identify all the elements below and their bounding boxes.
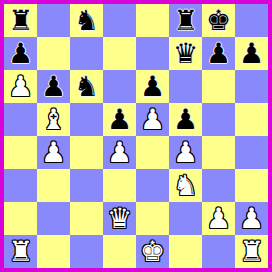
square-c3[interactable] bbox=[70, 169, 103, 202]
black-rook-icon: ♜ bbox=[8, 4, 33, 37]
square-c2[interactable] bbox=[70, 202, 103, 235]
square-d8[interactable] bbox=[103, 4, 136, 37]
square-f6[interactable] bbox=[169, 70, 202, 103]
black-knight-icon: ♞ bbox=[74, 4, 99, 37]
square-c5[interactable] bbox=[70, 103, 103, 136]
white-bishop-icon: ♝ bbox=[41, 103, 66, 136]
white-king-icon: ♚ bbox=[140, 235, 165, 268]
square-h6[interactable] bbox=[235, 70, 268, 103]
square-d5[interactable]: ♟ bbox=[103, 103, 136, 136]
black-knight-icon: ♞ bbox=[74, 70, 99, 103]
square-b4[interactable]: ♟ bbox=[37, 136, 70, 169]
square-f2[interactable] bbox=[169, 202, 202, 235]
white-pawn-icon: ♟ bbox=[41, 136, 66, 169]
square-g7[interactable]: ♟ bbox=[202, 37, 235, 70]
square-b1[interactable] bbox=[37, 235, 70, 268]
square-f7[interactable]: ♛ bbox=[169, 37, 202, 70]
square-d1[interactable] bbox=[103, 235, 136, 268]
square-h8[interactable] bbox=[235, 4, 268, 37]
white-queen-icon: ♛ bbox=[107, 202, 132, 235]
white-pawn-icon: ♟ bbox=[239, 202, 264, 235]
square-e8[interactable] bbox=[136, 4, 169, 37]
square-e4[interactable] bbox=[136, 136, 169, 169]
black-pawn-icon: ♟ bbox=[140, 70, 165, 103]
square-e6[interactable]: ♟ bbox=[136, 70, 169, 103]
square-d6[interactable] bbox=[103, 70, 136, 103]
white-pawn-icon: ♟ bbox=[8, 70, 33, 103]
square-d3[interactable] bbox=[103, 169, 136, 202]
square-e2[interactable] bbox=[136, 202, 169, 235]
black-pawn-icon: ♟ bbox=[107, 103, 132, 136]
black-king-icon: ♚ bbox=[206, 4, 231, 37]
square-g6[interactable] bbox=[202, 70, 235, 103]
square-c4[interactable] bbox=[70, 136, 103, 169]
square-f1[interactable] bbox=[169, 235, 202, 268]
square-h4[interactable] bbox=[235, 136, 268, 169]
white-pawn-icon: ♟ bbox=[173, 136, 198, 169]
square-a4[interactable] bbox=[4, 136, 37, 169]
square-g5[interactable] bbox=[202, 103, 235, 136]
square-g4[interactable] bbox=[202, 136, 235, 169]
square-b6[interactable]: ♟ bbox=[37, 70, 70, 103]
black-pawn-icon: ♟ bbox=[239, 37, 264, 70]
square-a1[interactable]: ♜ bbox=[4, 235, 37, 268]
square-a6[interactable]: ♟ bbox=[4, 70, 37, 103]
white-pawn-icon: ♟ bbox=[206, 202, 231, 235]
square-g8[interactable]: ♚ bbox=[202, 4, 235, 37]
square-e1[interactable]: ♚ bbox=[136, 235, 169, 268]
white-rook-icon: ♜ bbox=[8, 235, 33, 268]
square-a7[interactable]: ♟ bbox=[4, 37, 37, 70]
square-f4[interactable]: ♟ bbox=[169, 136, 202, 169]
square-h2[interactable]: ♟ bbox=[235, 202, 268, 235]
square-g2[interactable]: ♟ bbox=[202, 202, 235, 235]
chess-board: ♜♞♜♚♟♛♟♟♟♟♞♟♝♟♟♟♟♟♟♞♛♟♟♜♚♜ bbox=[4, 4, 268, 268]
white-rook-icon: ♜ bbox=[239, 235, 264, 268]
black-queen-icon: ♛ bbox=[173, 37, 198, 70]
square-d2[interactable]: ♛ bbox=[103, 202, 136, 235]
square-b7[interactable] bbox=[37, 37, 70, 70]
square-d7[interactable] bbox=[103, 37, 136, 70]
square-e7[interactable] bbox=[136, 37, 169, 70]
square-b8[interactable] bbox=[37, 4, 70, 37]
square-c8[interactable]: ♞ bbox=[70, 4, 103, 37]
square-a5[interactable] bbox=[4, 103, 37, 136]
square-b3[interactable] bbox=[37, 169, 70, 202]
square-c7[interactable] bbox=[70, 37, 103, 70]
square-c6[interactable]: ♞ bbox=[70, 70, 103, 103]
square-a8[interactable]: ♜ bbox=[4, 4, 37, 37]
square-c1[interactable] bbox=[70, 235, 103, 268]
square-h5[interactable] bbox=[235, 103, 268, 136]
square-g1[interactable] bbox=[202, 235, 235, 268]
square-e3[interactable] bbox=[136, 169, 169, 202]
square-f8[interactable]: ♜ bbox=[169, 4, 202, 37]
square-f3[interactable]: ♞ bbox=[169, 169, 202, 202]
square-h7[interactable]: ♟ bbox=[235, 37, 268, 70]
square-h1[interactable]: ♜ bbox=[235, 235, 268, 268]
black-rook-icon: ♜ bbox=[173, 4, 198, 37]
board-frame: ♜♞♜♚♟♛♟♟♟♟♞♟♝♟♟♟♟♟♟♞♛♟♟♜♚♜ bbox=[0, 0, 272, 272]
black-pawn-icon: ♟ bbox=[173, 103, 198, 136]
square-e5[interactable]: ♟ bbox=[136, 103, 169, 136]
black-pawn-icon: ♟ bbox=[41, 70, 66, 103]
square-d4[interactable]: ♟ bbox=[103, 136, 136, 169]
square-g3[interactable] bbox=[202, 169, 235, 202]
white-pawn-icon: ♟ bbox=[107, 136, 132, 169]
black-pawn-icon: ♟ bbox=[206, 37, 231, 70]
square-b5[interactable]: ♝ bbox=[37, 103, 70, 136]
square-h3[interactable] bbox=[235, 169, 268, 202]
square-b2[interactable] bbox=[37, 202, 70, 235]
square-f5[interactable]: ♟ bbox=[169, 103, 202, 136]
square-a2[interactable] bbox=[4, 202, 37, 235]
white-knight-icon: ♞ bbox=[173, 169, 198, 202]
square-a3[interactable] bbox=[4, 169, 37, 202]
white-pawn-icon: ♟ bbox=[140, 103, 165, 136]
black-pawn-icon: ♟ bbox=[8, 37, 33, 70]
